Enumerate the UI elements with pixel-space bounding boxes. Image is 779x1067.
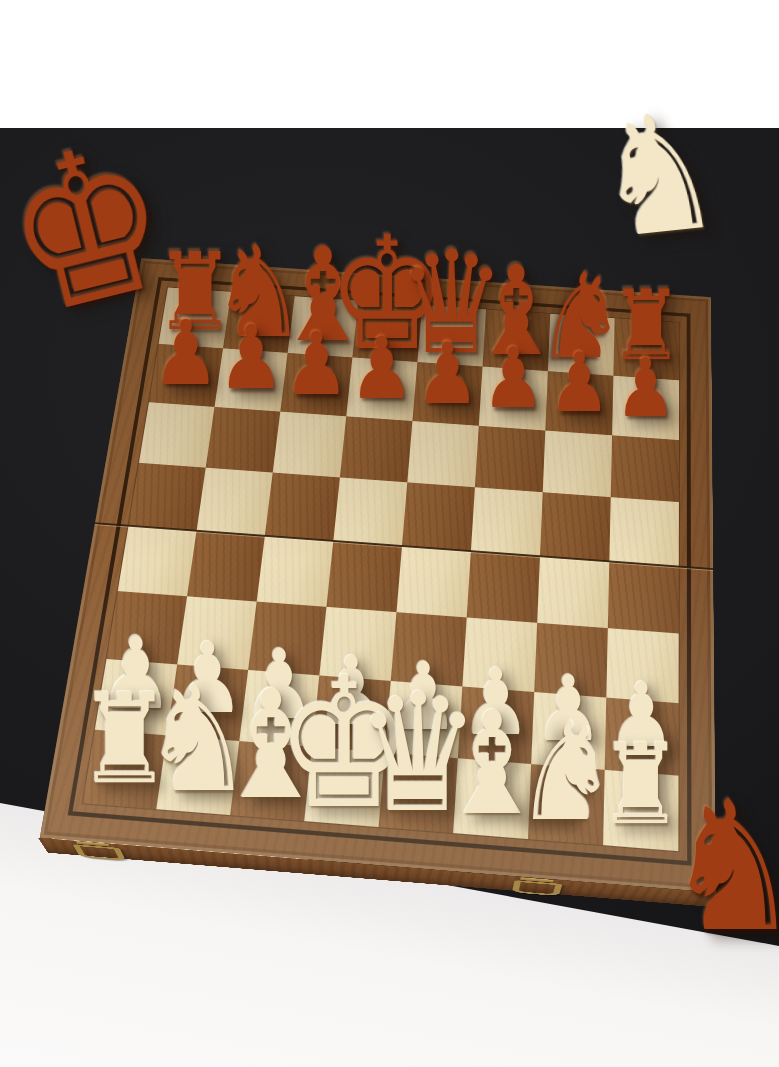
square-f7 — [479, 367, 548, 431]
square-c7 — [280, 353, 352, 416]
square-e3 — [391, 612, 467, 686]
square-a6 — [139, 402, 215, 467]
square-d2 — [312, 675, 391, 752]
board-scene — [92, 236, 712, 856]
square-f6 — [475, 426, 545, 492]
square-g7 — [545, 371, 613, 435]
product-photo-stage: ♜♞♝♚♛♝♞♜♟♟♟♟♟♟♟♟♟♟♟♟♟♟♟♟♜♞♝♚♛♝♞♜♚♞♞ — [0, 0, 779, 1067]
square-d7 — [346, 357, 417, 421]
square-a7 — [149, 344, 223, 407]
chess-box — [40, 258, 716, 892]
square-b3 — [177, 596, 256, 670]
square-h1 — [603, 770, 678, 851]
square-f1 — [453, 758, 531, 839]
square-e8 — [417, 305, 486, 367]
square-d6 — [340, 416, 413, 482]
square-g2 — [531, 692, 606, 770]
square-c1 — [230, 741, 312, 821]
square-g8 — [548, 314, 615, 376]
square-d5 — [333, 477, 407, 546]
square-b4 — [187, 531, 265, 602]
square-b8 — [223, 292, 295, 353]
square-d1 — [304, 747, 385, 827]
board-top — [40, 258, 716, 892]
square-c5 — [265, 473, 340, 541]
square-h2 — [605, 698, 679, 776]
square-f5 — [471, 487, 543, 556]
square-e2 — [385, 681, 463, 758]
square-g1 — [528, 764, 605, 845]
square-d3 — [319, 607, 396, 681]
square-c4 — [257, 536, 334, 607]
square-c2 — [239, 670, 319, 747]
square-f4 — [467, 551, 540, 623]
square-b5 — [197, 468, 273, 536]
chessboard-grid — [83, 287, 680, 851]
square-c8 — [288, 296, 359, 357]
square-b7 — [215, 348, 288, 411]
square-g4 — [537, 556, 609, 628]
square-d8 — [352, 301, 422, 362]
square-a5 — [129, 463, 206, 531]
square-g5 — [540, 492, 611, 561]
square-h5 — [609, 497, 679, 566]
square-h8 — [613, 318, 679, 380]
square-a3 — [106, 591, 187, 664]
square-e6 — [407, 421, 478, 487]
square-c6 — [273, 412, 347, 478]
white-top-band — [0, 0, 779, 128]
square-a4 — [118, 526, 197, 597]
square-f8 — [483, 309, 551, 371]
square-e7 — [412, 362, 482, 426]
square-h4 — [608, 561, 679, 633]
square-h7 — [612, 376, 679, 440]
square-a2 — [95, 659, 177, 735]
square-e1 — [379, 753, 458, 834]
square-g6 — [543, 431, 612, 498]
square-b2 — [167, 664, 248, 741]
square-h3 — [606, 628, 678, 703]
square-e5 — [402, 482, 475, 551]
square-f3 — [462, 617, 537, 692]
square-f2 — [458, 686, 534, 764]
square-h6 — [611, 435, 679, 502]
brass-clasp-right — [512, 877, 559, 894]
square-b6 — [206, 407, 281, 473]
square-a8 — [159, 287, 232, 348]
square-a1 — [83, 730, 167, 810]
square-e4 — [396, 546, 470, 617]
square-b1 — [156, 735, 239, 815]
square-c3 — [248, 602, 326, 676]
square-d4 — [326, 541, 402, 612]
square-g3 — [534, 623, 608, 698]
